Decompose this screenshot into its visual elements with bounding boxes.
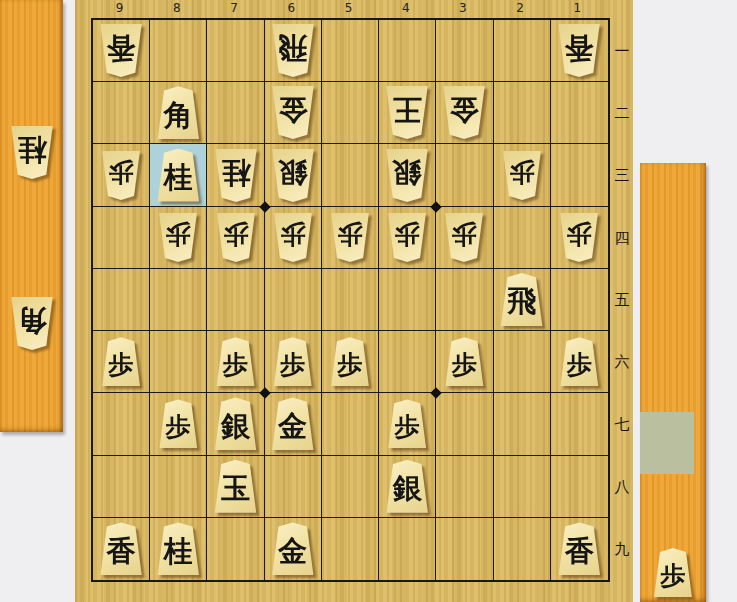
square-9a[interactable]: 香 xyxy=(93,20,150,82)
pawn-kanji: 歩 xyxy=(567,352,592,377)
rank-label-9: 九 xyxy=(610,518,634,580)
square-2h[interactable] xyxy=(494,456,551,518)
piece-pawn-8d[interactable]: 歩 xyxy=(157,213,199,262)
lance-kanji: 香 xyxy=(565,34,594,63)
square-8b[interactable]: 角 xyxy=(150,82,207,144)
pawn-kanji: 歩 xyxy=(567,222,592,247)
square-4g[interactable]: 歩 xyxy=(379,393,436,455)
square-2c[interactable]: 歩 xyxy=(494,144,551,206)
pawn-kanji: 歩 xyxy=(223,222,248,247)
pawn-kanji: 歩 xyxy=(395,414,420,439)
square-3e[interactable] xyxy=(436,269,493,331)
square-3g[interactable] xyxy=(436,393,493,455)
square-7i[interactable] xyxy=(207,518,264,580)
piece-rook-2e[interactable]: 飛 xyxy=(499,273,545,326)
piece-knight-8i[interactable]: 桂 xyxy=(155,522,201,575)
rank-label-3: 三 xyxy=(610,144,634,206)
piece-pawn-1d[interactable]: 歩 xyxy=(558,213,600,262)
pawn-kanji: 歩 xyxy=(223,352,248,377)
gold-kanji: 金 xyxy=(278,412,307,441)
square-6d[interactable]: 歩 xyxy=(265,207,322,269)
piece-gold-3b[interactable]: 金 xyxy=(441,86,487,139)
square-4e[interactable] xyxy=(379,269,436,331)
square-7e[interactable] xyxy=(207,269,264,331)
square-2g[interactable] xyxy=(494,393,551,455)
pawn-kanji: 歩 xyxy=(337,352,362,377)
king-kanji: 玉 xyxy=(221,474,250,503)
knight-kanji: 桂 xyxy=(164,163,193,192)
file-label-7: 7 xyxy=(205,1,262,16)
square-2b[interactable] xyxy=(494,82,551,144)
square-9i[interactable]: 香 xyxy=(93,518,150,580)
piece-pawn-6f[interactable]: 歩 xyxy=(272,337,314,386)
square-1i[interactable]: 香 xyxy=(551,518,608,580)
piece-lance-1i[interactable]: 香 xyxy=(556,522,602,575)
lance-kanji: 香 xyxy=(107,34,136,63)
piece-silver-4c[interactable]: 銀 xyxy=(384,149,430,202)
file-label-9: 9 xyxy=(91,1,148,16)
pawn-kanji: 歩 xyxy=(280,352,305,377)
piece-gold-6b[interactable]: 金 xyxy=(270,86,316,139)
square-9f[interactable]: 歩 xyxy=(93,331,150,393)
square-5d[interactable]: 歩 xyxy=(322,207,379,269)
file-label-5: 5 xyxy=(320,1,377,16)
piece-pawn-3d[interactable]: 歩 xyxy=(443,213,485,262)
square-4d[interactable]: 歩 xyxy=(379,207,436,269)
square-6b[interactable]: 金 xyxy=(265,82,322,144)
piece-pawn-8g[interactable]: 歩 xyxy=(157,399,199,448)
square-9g[interactable] xyxy=(93,393,150,455)
square-7d[interactable]: 歩 xyxy=(207,207,264,269)
piece-silver-7g[interactable]: 銀 xyxy=(213,397,259,450)
gold-kanji: 金 xyxy=(450,96,479,125)
knight-kanji: 桂 xyxy=(164,537,193,566)
piece-pawn-7f[interactable]: 歩 xyxy=(215,337,257,386)
rank-label-4: 四 xyxy=(610,207,634,269)
piece-knight-7c[interactable]: 桂 xyxy=(213,149,259,202)
piece-bishop-8b[interactable]: 角 xyxy=(155,86,201,139)
piece-pawn-9f[interactable]: 歩 xyxy=(100,337,142,386)
piece-pawn-9c[interactable]: 歩 xyxy=(100,151,142,200)
square-9h[interactable] xyxy=(93,456,150,518)
square-4b[interactable]: 王 xyxy=(379,82,436,144)
rank-label-7: 七 xyxy=(610,393,634,455)
square-7g[interactable]: 銀 xyxy=(207,393,264,455)
pawn-kanji: 歩 xyxy=(661,563,686,588)
pawn-kanji: 歩 xyxy=(395,222,420,247)
square-7h[interactable]: 玉 xyxy=(207,456,264,518)
piece-king-7h[interactable]: 玉 xyxy=(213,460,259,513)
silver-kanji: 銀 xyxy=(221,412,250,441)
gote-hand-tray: 桂角 xyxy=(0,0,63,432)
rank-label-5: 五 xyxy=(610,269,634,331)
piece-pawn-4d[interactable]: 歩 xyxy=(386,213,428,262)
file-label-4: 4 xyxy=(377,1,434,16)
square-3b[interactable]: 金 xyxy=(436,82,493,144)
piece-silver-6c[interactable]: 銀 xyxy=(270,149,316,202)
square-5f[interactable]: 歩 xyxy=(322,331,379,393)
square-9c[interactable]: 歩 xyxy=(93,144,150,206)
square-2i[interactable] xyxy=(494,518,551,580)
square-6g[interactable]: 金 xyxy=(265,393,322,455)
square-5g[interactable] xyxy=(322,393,379,455)
gold-kanji: 金 xyxy=(278,96,307,125)
square-8f[interactable] xyxy=(150,331,207,393)
square-3f[interactable]: 歩 xyxy=(436,331,493,393)
rook-kanji: 飛 xyxy=(507,287,536,316)
pawn-kanji: 歩 xyxy=(166,222,191,247)
piece-bishop-gote-hand[interactable]: 角 xyxy=(9,297,55,350)
pawn-kanji: 歩 xyxy=(509,160,534,185)
square-6c[interactable]: 銀 xyxy=(265,144,322,206)
piece-pawn-7d[interactable]: 歩 xyxy=(215,213,257,262)
file-label-8: 8 xyxy=(148,1,205,16)
pawn-kanji: 歩 xyxy=(166,414,191,439)
square-8i[interactable]: 桂 xyxy=(150,518,207,580)
square-3d[interactable]: 歩 xyxy=(436,207,493,269)
square-4c[interactable]: 銀 xyxy=(379,144,436,206)
pawn-kanji: 歩 xyxy=(452,222,477,247)
square-5a[interactable] xyxy=(322,20,379,82)
piece-pawn-3f[interactable]: 歩 xyxy=(443,337,485,386)
piece-pawn-1f[interactable]: 歩 xyxy=(558,337,600,386)
square-4f[interactable] xyxy=(379,331,436,393)
square-5b[interactable] xyxy=(322,82,379,144)
piece-lance-1a[interactable]: 香 xyxy=(556,24,602,77)
pawn-kanji: 歩 xyxy=(452,352,477,377)
square-8d[interactable]: 歩 xyxy=(150,207,207,269)
square-3c[interactable] xyxy=(436,144,493,206)
square-7b[interactable] xyxy=(207,82,264,144)
square-2d[interactable] xyxy=(494,207,551,269)
square-4h[interactable]: 銀 xyxy=(379,456,436,518)
piece-rook-6a[interactable]: 飛 xyxy=(270,24,316,77)
square-3h[interactable] xyxy=(436,456,493,518)
piece-silver-4h[interactable]: 銀 xyxy=(384,460,430,513)
square-8c[interactable]: 桂 xyxy=(150,144,207,206)
square-5c[interactable] xyxy=(322,144,379,206)
rank-label-8: 八 xyxy=(610,456,634,518)
bishop-kanji: 角 xyxy=(17,307,46,336)
rook-kanji: 飛 xyxy=(278,34,307,63)
silver-kanji: 銀 xyxy=(393,158,422,187)
square-5i[interactable] xyxy=(322,518,379,580)
silver-kanji: 銀 xyxy=(278,158,307,187)
piece-king-4b[interactable]: 王 xyxy=(384,86,430,139)
lance-kanji: 香 xyxy=(107,537,136,566)
piece-pawn-2c[interactable]: 歩 xyxy=(501,151,543,200)
king-kanji: 王 xyxy=(393,96,422,125)
lance-kanji: 香 xyxy=(565,537,594,566)
square-7f[interactable]: 歩 xyxy=(207,331,264,393)
square-1c[interactable] xyxy=(551,144,608,206)
pawn-kanji: 歩 xyxy=(109,160,134,185)
file-label-3: 3 xyxy=(434,1,491,16)
square-7c[interactable]: 桂 xyxy=(207,144,264,206)
piece-pawn-4g[interactable]: 歩 xyxy=(386,399,428,448)
rank-label-2: 二 xyxy=(610,82,634,144)
file-label-1: 1 xyxy=(549,1,606,16)
silver-kanji: 銀 xyxy=(393,474,422,503)
square-3i[interactable] xyxy=(436,518,493,580)
square-8h[interactable] xyxy=(150,456,207,518)
square-1d[interactable]: 歩 xyxy=(551,207,608,269)
square-2f[interactable] xyxy=(494,331,551,393)
pawn-kanji: 歩 xyxy=(109,352,134,377)
piece-pawn-5d[interactable]: 歩 xyxy=(329,213,371,262)
square-9b[interactable] xyxy=(93,82,150,144)
piece-knight-gote-hand[interactable]: 桂 xyxy=(9,126,55,179)
square-5h[interactable] xyxy=(322,456,379,518)
square-6i[interactable]: 金 xyxy=(265,518,322,580)
file-label-6: 6 xyxy=(263,1,320,16)
square-6e[interactable] xyxy=(265,269,322,331)
square-8a[interactable] xyxy=(150,20,207,82)
bishop-kanji: 角 xyxy=(164,101,193,130)
sente-hand-tray: 歩 xyxy=(640,163,706,602)
file-label-2: 2 xyxy=(492,1,549,16)
sente-hand-highlight-slot xyxy=(640,412,694,474)
pawn-kanji: 歩 xyxy=(337,222,362,247)
piece-gold-6i[interactable]: 金 xyxy=(270,522,316,575)
piece-knight-8c[interactable]: 桂 xyxy=(155,149,201,202)
square-2a[interactable] xyxy=(494,20,551,82)
square-6h[interactable] xyxy=(265,456,322,518)
square-6a[interactable]: 飛 xyxy=(265,20,322,82)
rank-label-6: 六 xyxy=(610,331,634,393)
piece-gold-6g[interactable]: 金 xyxy=(270,397,316,450)
square-9e[interactable] xyxy=(93,269,150,331)
square-1b[interactable] xyxy=(551,82,608,144)
square-6f[interactable]: 歩 xyxy=(265,331,322,393)
square-4a[interactable] xyxy=(379,20,436,82)
piece-pawn-sente-hand[interactable]: 歩 xyxy=(652,548,694,597)
board-grid: 香飛香角金王金歩桂桂銀銀歩歩歩歩歩歩歩歩飛歩歩歩歩歩歩歩銀金歩玉銀香桂金香 xyxy=(91,18,610,582)
square-1e[interactable] xyxy=(551,269,608,331)
piece-pawn-5f[interactable]: 歩 xyxy=(329,337,371,386)
square-3a[interactable] xyxy=(436,20,493,82)
square-1f[interactable]: 歩 xyxy=(551,331,608,393)
rank-label-1: 一 xyxy=(610,20,634,82)
knight-kanji: 桂 xyxy=(221,158,250,187)
square-8g[interactable]: 歩 xyxy=(150,393,207,455)
square-1g[interactable] xyxy=(551,393,608,455)
square-7a[interactable] xyxy=(207,20,264,82)
square-2e[interactable]: 飛 xyxy=(494,269,551,331)
piece-pawn-6d[interactable]: 歩 xyxy=(272,213,314,262)
gold-kanji: 金 xyxy=(278,537,307,566)
square-9d[interactable] xyxy=(93,207,150,269)
square-1a[interactable]: 香 xyxy=(551,20,608,82)
square-1h[interactable] xyxy=(551,456,608,518)
square-5e[interactable] xyxy=(322,269,379,331)
knight-kanji: 桂 xyxy=(17,136,46,165)
piece-lance-9i[interactable]: 香 xyxy=(98,522,144,575)
square-4i[interactable] xyxy=(379,518,436,580)
pawn-kanji: 歩 xyxy=(280,222,305,247)
square-8e[interactable] xyxy=(150,269,207,331)
piece-lance-9a[interactable]: 香 xyxy=(98,24,144,77)
